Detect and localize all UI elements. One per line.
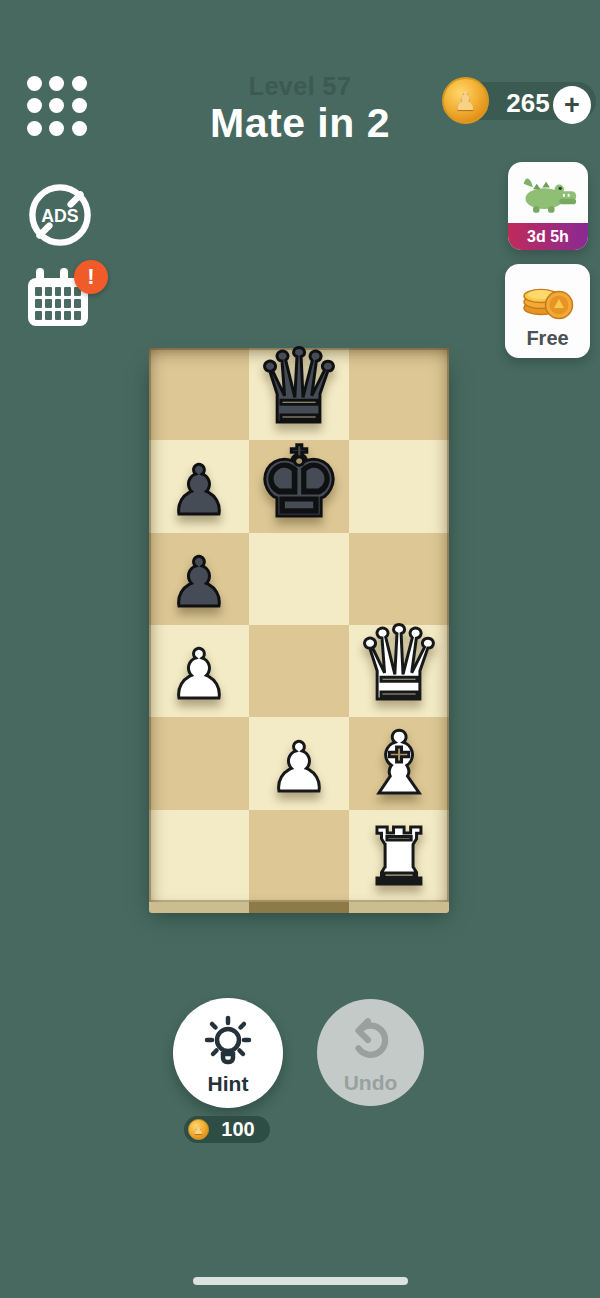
no-ads-button[interactable]: ADS xyxy=(26,181,94,249)
square-a2[interactable] xyxy=(149,717,249,809)
event-time-remaining: 3d 5h xyxy=(508,223,588,250)
no-ads-icon: ADS xyxy=(26,181,94,249)
add-coins-button[interactable]: + xyxy=(553,86,591,124)
square-b4[interactable] xyxy=(249,533,349,625)
piece-wr-c1[interactable]: ♜ xyxy=(364,818,434,896)
undo-button[interactable]: Undo xyxy=(317,999,424,1106)
hint-cost-pill: ♟ 100 xyxy=(184,1116,270,1143)
coin-pawn-glyph: ♟ xyxy=(454,86,477,116)
hint-label: Hint xyxy=(173,1072,283,1096)
square-a3[interactable]: ♟ xyxy=(149,625,249,717)
piece-wp-a3[interactable]: ♟ xyxy=(169,641,230,709)
square-a4[interactable]: ♟ xyxy=(149,533,249,625)
home-indicator xyxy=(193,1277,408,1285)
event-card-button[interactable]: 3d 5h xyxy=(508,162,588,250)
coin-balance: 265 xyxy=(500,88,556,119)
notification-badge: ! xyxy=(74,260,108,294)
hint-button[interactable]: Hint xyxy=(173,998,283,1108)
free-coins-label: Free xyxy=(505,327,590,350)
coin-stack-icon xyxy=(519,272,577,324)
gold-pawn-coin-icon: ♟ xyxy=(442,77,489,124)
square-c1[interactable]: ♜ xyxy=(349,810,449,902)
square-a1[interactable] xyxy=(149,810,249,902)
undo-arrow-icon xyxy=(346,1015,396,1065)
square-a5[interactable]: ♟ xyxy=(149,440,249,532)
square-c5[interactable] xyxy=(349,440,449,532)
coin-counter: ♟ 265 + xyxy=(442,77,596,125)
no-ads-label: ADS xyxy=(41,206,79,226)
piece-bp-a4[interactable]: ♟ xyxy=(169,549,230,617)
lightbulb-icon xyxy=(200,1010,256,1076)
piece-bp-a5[interactable]: ♟ xyxy=(169,457,230,525)
square-c2[interactable]: ♝ xyxy=(349,717,449,809)
square-b5[interactable]: ♚ xyxy=(249,440,349,532)
piece-wq-c3[interactable]: ♛ xyxy=(353,613,444,715)
coin-pawn-glyph: ♟ xyxy=(193,1123,204,1137)
square-c6[interactable] xyxy=(349,348,449,440)
undo-label: Undo xyxy=(317,1071,424,1095)
daily-puzzle-calendar-button[interactable]: ! xyxy=(24,268,108,340)
piece-bk-b5[interactable]: ♚ xyxy=(255,433,343,531)
hint-cost-coin-icon: ♟ xyxy=(188,1119,209,1140)
square-a6[interactable] xyxy=(149,348,249,440)
square-c3[interactable]: ♛ xyxy=(349,625,449,717)
crocodile-emoji xyxy=(518,170,578,216)
free-coins-button[interactable]: Free xyxy=(505,264,590,358)
piece-bq-b6[interactable]: ♛ xyxy=(253,336,344,438)
square-b2[interactable]: ♟ xyxy=(249,717,349,809)
square-b3[interactable] xyxy=(249,625,349,717)
square-b1[interactable] xyxy=(249,810,349,902)
board-edge xyxy=(149,902,449,913)
hint-cost-value: 100 xyxy=(214,1118,262,1141)
chess-board: ♛♟♚♟♟♛♟♝♜ xyxy=(149,348,449,902)
piece-wb-c2[interactable]: ♝ xyxy=(360,720,437,806)
piece-wp-b2[interactable]: ♟ xyxy=(269,734,330,802)
